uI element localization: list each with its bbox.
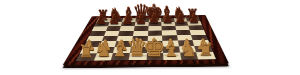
black-pawn-g7-piece: ♟ xyxy=(175,13,186,26)
black-pawn-b7-piece: ♟ xyxy=(109,13,120,26)
white-knight-b1-piece: ♞ xyxy=(94,41,111,60)
pieces-layer: ♜♞♝♛♚♝♞♜♟♟♟♟♟♟♟♟♟♟♟♟♟♟♟♟♜♞♝♛♚♝♞♜ xyxy=(0,0,300,75)
black-pawn-f7-piece: ♟ xyxy=(162,13,173,26)
chess-set-photo[interactable]: ♜♞♝♛♚♝♞♜♟♟♟♟♟♟♟♟♟♟♟♟♟♟♟♟♜♞♝♛♚♝♞♜ xyxy=(0,0,300,75)
white-bishop-f1-piece: ♝ xyxy=(162,39,180,59)
black-pawn-c7-piece: ♟ xyxy=(122,13,133,26)
white-rook-a1-piece: ♜ xyxy=(78,43,93,60)
white-knight-g1-piece: ♞ xyxy=(180,40,197,59)
white-rook-h1-piece: ♜ xyxy=(198,41,213,58)
black-pawn-d7-piece: ♟ xyxy=(135,13,146,26)
page-background: ♜♞♝♛♚♝♞♜♟♟♟♟♟♟♟♟♟♟♟♟♟♟♟♟♜♞♝♛♚♝♞♜ xyxy=(0,0,300,75)
black-pawn-a7-piece: ♟ xyxy=(96,13,107,26)
chess-board: ♜♞♝♛♚♝♞♜♟♟♟♟♟♟♟♟♟♟♟♟♟♟♟♟♜♞♝♛♚♝♞♜ xyxy=(0,0,300,75)
black-pawn-h7-piece: ♟ xyxy=(188,12,199,25)
black-pawn-e7-piece: ♟ xyxy=(149,13,160,26)
